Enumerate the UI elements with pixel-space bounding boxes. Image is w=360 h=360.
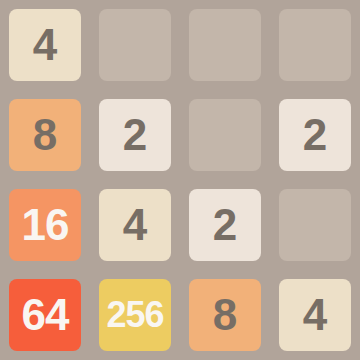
empty-cell-r1c2 bbox=[99, 9, 171, 81]
tile-16-r3c1: 16 bbox=[9, 189, 81, 261]
tile-2-r2c2: 2 bbox=[99, 99, 171, 171]
empty-cell-r1c4 bbox=[279, 9, 351, 81]
tile-4-r4c4: 4 bbox=[279, 279, 351, 351]
empty-cell-r3c4 bbox=[279, 189, 351, 261]
tile-8-r2c1: 8 bbox=[9, 99, 81, 171]
empty-cell-r1c3 bbox=[189, 9, 261, 81]
2048-board[interactable]: 482216426425684 bbox=[0, 0, 360, 360]
tile-2-r3c3: 2 bbox=[189, 189, 261, 261]
tile-8-r4c3: 8 bbox=[189, 279, 261, 351]
tile-256-r4c2: 256 bbox=[99, 279, 171, 351]
tile-4-r3c2: 4 bbox=[99, 189, 171, 261]
tile-64-r4c1: 64 bbox=[9, 279, 81, 351]
tile-2-r2c4: 2 bbox=[279, 99, 351, 171]
tile-4-r1c1: 4 bbox=[9, 9, 81, 81]
empty-cell-r2c3 bbox=[189, 99, 261, 171]
